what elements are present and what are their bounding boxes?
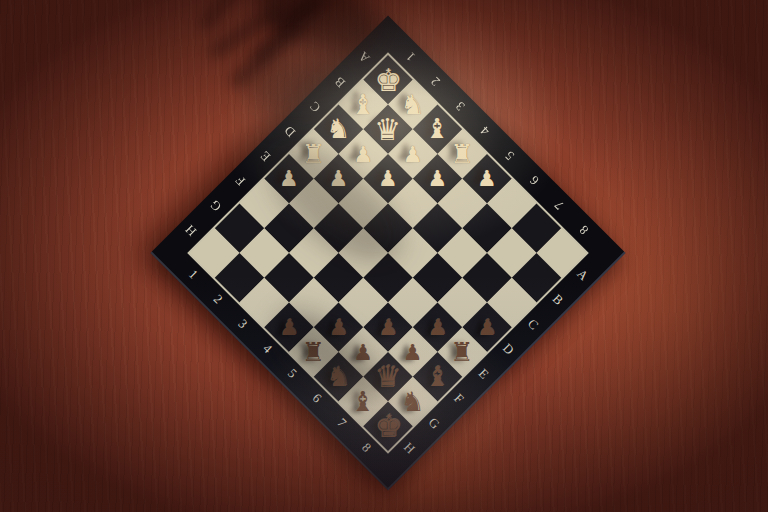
piece-white-pawn-c2[interactable]: ♟ — [353, 143, 373, 165]
file-label-h: H — [401, 439, 419, 457]
rank-label-2: 2 — [210, 291, 226, 307]
file-label-h: H — [183, 221, 201, 239]
file-label-a: A — [574, 266, 592, 284]
file-label-g: G — [425, 414, 443, 432]
wood-table: 12345678 12345678 ABCDEFGH ABCDEFGH ♚♞♝♜… — [0, 0, 768, 512]
rank-label-7: 7 — [334, 415, 350, 431]
file-label-a: A — [356, 48, 374, 66]
piece-black-rook-e8[interactable]: ♜ — [451, 339, 474, 365]
piece-white-pawn-e1[interactable]: ♟ — [279, 168, 299, 190]
piece-white-pawn-b3[interactable]: ♟ — [403, 143, 423, 165]
piece-black-knight-g8[interactable]: ♞ — [401, 388, 425, 415]
file-label-c: C — [307, 98, 324, 115]
piece-white-knight-c1[interactable]: ♞ — [326, 116, 350, 143]
piece-white-rook-d1[interactable]: ♜ — [302, 141, 325, 167]
piece-black-pawn-f6[interactable]: ♟ — [378, 316, 398, 338]
file-label-d: D — [500, 340, 518, 358]
piece-black-pawn-f7[interactable]: ♟ — [403, 341, 423, 363]
piece-black-queen-g7[interactable]: ♛ — [375, 362, 402, 392]
piece-black-pawn-d8[interactable]: ♟ — [477, 316, 497, 338]
chess-board: 12345678 12345678 ABCDEFGH ABCDEFGH ♚♞♝♜… — [150, 15, 625, 490]
piece-white-bishop-a3[interactable]: ♝ — [425, 116, 449, 143]
rank-label-7: 7 — [552, 197, 568, 213]
rank-label-6: 6 — [309, 390, 325, 406]
file-label-d: D — [282, 122, 300, 140]
piece-black-king-h8[interactable]: ♚ — [374, 411, 402, 442]
file-label-b: B — [332, 73, 349, 90]
piece-black-knight-h6[interactable]: ♞ — [326, 363, 350, 390]
board-border: 12345678 12345678 ABCDEFGH ABCDEFGH ♚♞♝♜… — [150, 15, 625, 490]
playing-area: ♚♞♝♜♟♝♛♟♟♞♟♟♜♟♟♟♟♜♟♟♝♟♟♛♞♟♜♞♝♚ — [187, 52, 589, 454]
piece-white-queen-b2[interactable]: ♛ — [375, 114, 402, 144]
file-label-f: F — [233, 172, 249, 188]
piece-white-king-a1[interactable]: ♚ — [374, 64, 402, 95]
piece-black-rook-h5[interactable]: ♜ — [302, 339, 325, 365]
piece-black-bishop-h7[interactable]: ♝ — [351, 388, 375, 415]
rank-label-5: 5 — [502, 148, 518, 164]
rank-label-1: 1 — [403, 49, 419, 65]
file-label-e: E — [258, 147, 275, 164]
piece-black-pawn-g6[interactable]: ♟ — [353, 341, 373, 363]
piece-white-pawn-b4[interactable]: ♟ — [428, 168, 448, 190]
piece-black-pawn-e7[interactable]: ♟ — [428, 316, 448, 338]
file-label-e: E — [475, 365, 492, 382]
file-label-c: C — [525, 315, 542, 332]
piece-black-bishop-f8[interactable]: ♝ — [425, 363, 449, 390]
rank-label-3: 3 — [235, 316, 251, 332]
rank-label-4: 4 — [477, 123, 493, 139]
rank-label-3: 3 — [453, 98, 469, 114]
piece-white-pawn-a5[interactable]: ♟ — [477, 168, 497, 190]
file-label-b: B — [549, 291, 566, 308]
rank-label-1: 1 — [185, 267, 201, 283]
piece-black-pawn-h4[interactable]: ♟ — [279, 316, 299, 338]
piece-white-rook-a4[interactable]: ♜ — [451, 141, 474, 167]
rank-label-6: 6 — [527, 173, 543, 189]
rank-label-8: 8 — [358, 440, 374, 456]
rank-label-4: 4 — [259, 341, 275, 357]
piece-white-bishop-b1[interactable]: ♝ — [351, 91, 375, 118]
rank-label-5: 5 — [284, 366, 300, 382]
rank-label-2: 2 — [428, 74, 444, 90]
rank-label-8: 8 — [576, 222, 592, 238]
file-label-f: F — [451, 390, 467, 406]
file-label-g: G — [208, 196, 226, 214]
piece-white-knight-a2[interactable]: ♞ — [401, 91, 425, 118]
piece-white-pawn-c3[interactable]: ♟ — [378, 168, 398, 190]
piece-white-pawn-d2[interactable]: ♟ — [329, 168, 349, 190]
piece-black-pawn-g5[interactable]: ♟ — [329, 316, 349, 338]
